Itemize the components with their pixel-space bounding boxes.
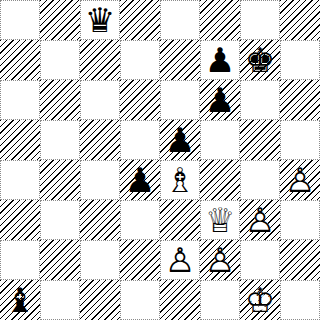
piece-black-pawn-e5: ♟	[160, 120, 200, 160]
square-b5[interactable]	[40, 120, 80, 160]
square-f1[interactable]	[200, 280, 240, 320]
square-c8[interactable]: ♛	[80, 0, 120, 40]
piece-black-pawn-d4: ♟	[120, 160, 160, 200]
piece-glyph: ♕	[200, 200, 240, 240]
piece-black-queen-c8: ♛	[80, 0, 120, 40]
square-b1[interactable]	[40, 280, 80, 320]
square-f5[interactable]	[200, 120, 240, 160]
square-h8[interactable]	[280, 0, 320, 40]
square-a6[interactable]	[0, 80, 40, 120]
piece-glyph: ♗	[160, 160, 200, 200]
square-h6[interactable]	[280, 80, 320, 120]
square-e5[interactable]: ♟	[160, 120, 200, 160]
square-g5[interactable]	[240, 120, 280, 160]
square-b3[interactable]	[40, 200, 80, 240]
square-a7[interactable]	[0, 40, 40, 80]
square-a5[interactable]	[0, 120, 40, 160]
square-c1[interactable]	[80, 280, 120, 320]
piece-glyph: ♛	[80, 0, 120, 40]
piece-white-bishop-e4: ♝♗	[160, 160, 200, 200]
piece-white-king-g1: ♚♔	[240, 280, 280, 320]
piece-glyph: ♟	[160, 120, 200, 160]
piece-glyph: ♚	[240, 40, 280, 80]
square-d6[interactable]	[120, 80, 160, 120]
piece-glyph: ♟	[200, 80, 240, 120]
square-a2[interactable]	[0, 240, 40, 280]
square-f6[interactable]: ♟	[200, 80, 240, 120]
square-f2[interactable]: ♟♙	[200, 240, 240, 280]
square-d3[interactable]	[120, 200, 160, 240]
square-b4[interactable]	[40, 160, 80, 200]
square-f8[interactable]	[200, 0, 240, 40]
square-g8[interactable]	[240, 0, 280, 40]
square-b2[interactable]	[40, 240, 80, 280]
square-e6[interactable]	[160, 80, 200, 120]
piece-black-pawn-f6: ♟	[200, 80, 240, 120]
piece-white-pawn-h4: ♟♙	[280, 160, 320, 200]
square-e2[interactable]: ♟♙	[160, 240, 200, 280]
square-f7[interactable]: ♟	[200, 40, 240, 80]
piece-white-pawn-e2: ♟♙	[160, 240, 200, 280]
square-a4[interactable]	[0, 160, 40, 200]
piece-glyph: ♔	[240, 280, 280, 320]
square-g7[interactable]: ♚	[240, 40, 280, 80]
piece-glyph: ♙	[200, 240, 240, 280]
square-d7[interactable]	[120, 40, 160, 80]
square-g3[interactable]: ♟♙	[240, 200, 280, 240]
chess-board: ♛♟♚♟♟♟♝♗♟♙♛♕♟♙♟♙♟♙♝♚♔	[0, 0, 320, 320]
piece-white-pawn-f2: ♟♙	[200, 240, 240, 280]
square-h1[interactable]	[280, 280, 320, 320]
square-e7[interactable]	[160, 40, 200, 80]
piece-black-pawn-f7: ♟	[200, 40, 240, 80]
square-g4[interactable]	[240, 160, 280, 200]
square-e3[interactable]	[160, 200, 200, 240]
piece-glyph: ♙	[240, 200, 280, 240]
square-d1[interactable]	[120, 280, 160, 320]
square-g6[interactable]	[240, 80, 280, 120]
square-c5[interactable]	[80, 120, 120, 160]
square-h7[interactable]	[280, 40, 320, 80]
piece-white-pawn-g3: ♟♙	[240, 200, 280, 240]
square-a8[interactable]	[0, 0, 40, 40]
square-h2[interactable]	[280, 240, 320, 280]
square-d8[interactable]	[120, 0, 160, 40]
piece-glyph: ♙	[280, 160, 320, 200]
square-f4[interactable]	[200, 160, 240, 200]
square-d5[interactable]	[120, 120, 160, 160]
square-h5[interactable]	[280, 120, 320, 160]
piece-glyph: ♟	[200, 40, 240, 80]
square-c7[interactable]	[80, 40, 120, 80]
square-h3[interactable]	[280, 200, 320, 240]
square-b6[interactable]	[40, 80, 80, 120]
square-e8[interactable]	[160, 0, 200, 40]
square-a3[interactable]	[0, 200, 40, 240]
square-c6[interactable]	[80, 80, 120, 120]
piece-black-bishop-a1: ♝	[0, 280, 40, 320]
piece-white-queen-f3: ♛♕	[200, 200, 240, 240]
piece-glyph: ♟	[120, 160, 160, 200]
piece-glyph: ♙	[160, 240, 200, 280]
square-e4[interactable]: ♝♗	[160, 160, 200, 200]
square-d4[interactable]: ♟	[120, 160, 160, 200]
square-c4[interactable]	[80, 160, 120, 200]
piece-black-king-g7: ♚	[240, 40, 280, 80]
square-d2[interactable]	[120, 240, 160, 280]
piece-glyph: ♝	[0, 280, 40, 320]
square-b8[interactable]	[40, 0, 80, 40]
square-c2[interactable]	[80, 240, 120, 280]
square-e1[interactable]	[160, 280, 200, 320]
square-g1[interactable]: ♚♔	[240, 280, 280, 320]
square-c3[interactable]	[80, 200, 120, 240]
square-g2[interactable]	[240, 240, 280, 280]
square-f3[interactable]: ♛♕	[200, 200, 240, 240]
square-b7[interactable]	[40, 40, 80, 80]
square-h4[interactable]: ♟♙	[280, 160, 320, 200]
square-a1[interactable]: ♝	[0, 280, 40, 320]
